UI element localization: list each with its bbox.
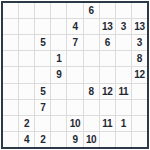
cell-r2c8-clue[interactable]: 3 xyxy=(116,19,131,34)
cell-r6c1[interactable] xyxy=(3,84,18,99)
cell-r9c5-clue[interactable]: 9 xyxy=(67,132,82,147)
cell-r7c7[interactable] xyxy=(100,100,115,115)
cell-r6c8-clue[interactable]: 11 xyxy=(116,84,131,99)
cell-r5c1[interactable] xyxy=(3,67,18,82)
cell-r5c7[interactable] xyxy=(100,67,115,82)
cell-r8c5-clue[interactable]: 10 xyxy=(67,116,82,131)
cell-r7c2[interactable] xyxy=(19,100,34,115)
cell-r8c1[interactable] xyxy=(3,116,18,131)
cell-r8c2-clue[interactable]: 2 xyxy=(19,116,34,131)
cell-r9c9[interactable] xyxy=(132,132,147,147)
cell-r8c6[interactable] xyxy=(84,116,99,131)
cell-r1c3[interactable] xyxy=(35,3,50,18)
cell-r9c6-clue[interactable]: 10 xyxy=(84,132,99,147)
cell-r5c3[interactable] xyxy=(35,67,50,82)
cell-r1c1[interactable] xyxy=(3,3,18,18)
cell-r3c9-clue[interactable]: 3 xyxy=(132,35,147,50)
cell-r2c6[interactable] xyxy=(84,19,99,34)
cell-r8c7-clue[interactable]: 11 xyxy=(100,116,115,131)
cell-r1c6-clue[interactable]: 6 xyxy=(84,3,99,18)
cell-r4c5[interactable] xyxy=(67,51,82,66)
cell-r5c8[interactable] xyxy=(116,67,131,82)
cell-r9c8[interactable] xyxy=(116,132,131,147)
cell-r4c2[interactable] xyxy=(19,51,34,66)
cell-r7c1[interactable] xyxy=(3,100,18,115)
cell-r7c3-clue[interactable]: 7 xyxy=(35,100,50,115)
cell-r2c5-clue[interactable]: 4 xyxy=(67,19,82,34)
cell-r9c2-clue[interactable]: 4 xyxy=(19,132,34,147)
cell-r4c9-clue[interactable]: 8 xyxy=(132,51,147,66)
cell-r1c7[interactable] xyxy=(100,3,115,18)
cell-r1c9[interactable] xyxy=(132,3,147,18)
cell-r4c6[interactable] xyxy=(84,51,99,66)
cell-r3c4[interactable] xyxy=(51,35,66,50)
cell-r2c4[interactable] xyxy=(51,19,66,34)
cell-r8c8-clue[interactable]: 1 xyxy=(116,116,131,131)
cell-r2c1[interactable] xyxy=(3,19,18,34)
cell-r3c2[interactable] xyxy=(19,35,34,50)
cell-r3c3-clue[interactable]: 5 xyxy=(35,35,50,50)
cell-r9c7[interactable] xyxy=(100,132,115,147)
numberlink-board: 6413313576318912581211721011142910 xyxy=(1,1,149,149)
cell-r3c1[interactable] xyxy=(3,35,18,50)
cell-r2c3[interactable] xyxy=(35,19,50,34)
cell-r1c4[interactable] xyxy=(51,3,66,18)
cell-r3c5-clue[interactable]: 7 xyxy=(67,35,82,50)
cell-r7c6[interactable] xyxy=(84,100,99,115)
cell-r6c7-clue[interactable]: 12 xyxy=(100,84,115,99)
cell-r6c5[interactable] xyxy=(67,84,82,99)
cell-r3c7-clue[interactable]: 6 xyxy=(100,35,115,50)
cell-r7c5[interactable] xyxy=(67,100,82,115)
cell-r6c2[interactable] xyxy=(19,84,34,99)
cell-r4c8[interactable] xyxy=(116,51,131,66)
cell-r5c9-clue[interactable]: 12 xyxy=(132,67,147,82)
cell-r2c9-clue[interactable]: 13 xyxy=(132,19,147,34)
cell-r6c4[interactable] xyxy=(51,84,66,99)
cell-r5c4-clue[interactable]: 9 xyxy=(51,67,66,82)
cell-r2c7-clue[interactable]: 13 xyxy=(100,19,115,34)
cell-r8c3[interactable] xyxy=(35,116,50,131)
cell-r6c9[interactable] xyxy=(132,84,147,99)
cell-r4c7[interactable] xyxy=(100,51,115,66)
cell-r9c1[interactable] xyxy=(3,132,18,147)
cell-r8c4[interactable] xyxy=(51,116,66,131)
cell-r3c6[interactable] xyxy=(84,35,99,50)
cell-r5c2[interactable] xyxy=(19,67,34,82)
cell-r1c5[interactable] xyxy=(67,3,82,18)
cell-r5c5[interactable] xyxy=(67,67,82,82)
cell-r6c6-clue[interactable]: 8 xyxy=(84,84,99,99)
cell-r7c8[interactable] xyxy=(116,100,131,115)
cell-r4c3[interactable] xyxy=(35,51,50,66)
cell-r4c1[interactable] xyxy=(3,51,18,66)
cell-r9c3-clue[interactable]: 2 xyxy=(35,132,50,147)
cell-r5c6[interactable] xyxy=(84,67,99,82)
cell-r6c3-clue[interactable]: 5 xyxy=(35,84,50,99)
cell-r1c8[interactable] xyxy=(116,3,131,18)
cell-r9c4[interactable] xyxy=(51,132,66,147)
cell-r3c8[interactable] xyxy=(116,35,131,50)
cell-r8c9[interactable] xyxy=(132,116,147,131)
cell-r7c9[interactable] xyxy=(132,100,147,115)
cell-r7c4[interactable] xyxy=(51,100,66,115)
cell-r4c4-clue[interactable]: 1 xyxy=(51,51,66,66)
cell-r2c2[interactable] xyxy=(19,19,34,34)
cell-r1c2[interactable] xyxy=(19,3,34,18)
